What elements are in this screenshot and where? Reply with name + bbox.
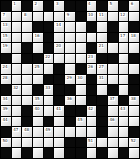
block-cell	[65, 148, 75, 158]
block-cell	[119, 96, 129, 106]
open-cell[interactable]: 33	[44, 85, 54, 95]
open-cell[interactable]	[97, 85, 107, 95]
clue-number: 31	[98, 76, 104, 80]
open-cell[interactable]	[12, 106, 22, 116]
clue-number: 14	[55, 23, 61, 27]
block-cell	[76, 64, 86, 74]
open-cell[interactable]	[33, 138, 43, 148]
block-cell	[33, 85, 43, 95]
open-cell[interactable]: 7	[1, 12, 11, 22]
open-cell[interactable]: 14	[54, 22, 64, 32]
block-cell	[87, 43, 97, 53]
open-cell[interactable]: 46	[108, 117, 118, 127]
block-cell	[87, 22, 97, 32]
open-cell[interactable]: 37	[108, 96, 118, 106]
open-cell[interactable]: 5	[108, 1, 118, 11]
block-cell	[76, 12, 86, 22]
block-cell	[97, 117, 107, 127]
open-cell[interactable]: 3	[54, 1, 64, 11]
open-cell[interactable]: 51	[87, 138, 97, 148]
open-cell[interactable]: 50	[1, 138, 11, 148]
block-cell	[119, 148, 129, 158]
open-cell[interactable]: 52	[129, 138, 139, 148]
open-cell[interactable]	[22, 138, 32, 148]
clue-number: 16	[34, 34, 40, 38]
open-cell[interactable]	[12, 138, 22, 148]
block-cell	[33, 54, 43, 64]
open-cell[interactable]	[33, 127, 43, 137]
clue-number: 32	[13, 86, 19, 90]
open-cell[interactable]	[44, 12, 54, 22]
crossword-grid: 1234567891011121314151617181920212223242…	[0, 0, 140, 159]
open-cell[interactable]	[76, 85, 86, 95]
open-cell[interactable]	[22, 75, 32, 85]
open-cell[interactable]	[129, 117, 139, 127]
open-cell[interactable]: 29	[65, 75, 75, 85]
clue-number: 27	[98, 65, 104, 69]
open-cell[interactable]: 31	[97, 75, 107, 85]
open-cell[interactable]: 24	[1, 64, 11, 74]
open-cell[interactable]	[129, 148, 139, 158]
clue-number: 45	[77, 118, 83, 122]
open-cell[interactable]: 39	[1, 106, 11, 116]
open-cell[interactable]	[119, 75, 129, 85]
open-cell[interactable]: 36	[65, 96, 75, 106]
block-cell	[108, 85, 118, 95]
open-cell[interactable]	[12, 33, 22, 43]
open-cell[interactable]	[108, 106, 118, 116]
block-cell	[108, 33, 118, 43]
clue-number: 51	[88, 139, 94, 143]
open-cell[interactable]	[44, 96, 54, 106]
clue-number: 52	[130, 139, 136, 143]
open-cell[interactable]	[129, 106, 139, 116]
open-cell[interactable]	[108, 12, 118, 22]
block-cell	[97, 96, 107, 106]
open-cell[interactable]	[12, 75, 22, 85]
clue-number: 9	[66, 13, 70, 17]
block-cell	[1, 1, 11, 11]
open-cell[interactable]	[44, 138, 54, 148]
open-cell[interactable]	[33, 12, 43, 22]
open-cell[interactable]: 20	[54, 43, 64, 53]
open-cell[interactable]: 16	[33, 33, 43, 43]
block-cell	[65, 138, 75, 148]
open-cell[interactable]	[33, 148, 43, 158]
open-cell[interactable]: 8	[22, 12, 32, 22]
clue-number: 1	[13, 2, 17, 6]
open-cell[interactable]: 45	[76, 117, 86, 127]
open-cell[interactable]	[65, 64, 75, 74]
open-cell[interactable]: 10	[87, 12, 97, 22]
open-cell[interactable]: 13	[1, 22, 11, 32]
open-cell[interactable]: 35	[33, 96, 43, 106]
open-cell[interactable]	[76, 54, 86, 64]
open-cell[interactable]: 42	[87, 106, 97, 116]
block-cell	[76, 1, 86, 11]
block-cell	[44, 75, 54, 85]
clue-number: 25	[34, 65, 40, 69]
open-cell[interactable]	[22, 96, 32, 106]
open-cell[interactable]	[12, 117, 22, 127]
block-cell	[44, 1, 54, 11]
clue-number: 39	[2, 107, 8, 111]
open-cell[interactable]: 15	[1, 33, 11, 43]
open-cell[interactable]	[54, 138, 64, 148]
open-cell[interactable]: 1	[12, 1, 22, 11]
block-cell	[76, 148, 86, 158]
open-cell[interactable]	[97, 138, 107, 148]
open-cell[interactable]: 2	[33, 1, 43, 11]
block-cell	[22, 54, 32, 64]
open-cell[interactable]	[119, 127, 129, 137]
clue-number: 23	[88, 55, 94, 59]
open-cell[interactable]	[33, 75, 43, 85]
clue-number: 36	[66, 97, 72, 101]
clue-number: 50	[2, 139, 8, 143]
open-cell[interactable]	[76, 127, 86, 137]
open-cell[interactable]	[119, 22, 129, 32]
clue-number: 40	[34, 107, 40, 111]
clue-number: 2	[34, 2, 38, 6]
open-cell[interactable]	[119, 117, 129, 127]
open-cell[interactable]	[54, 54, 64, 64]
open-cell[interactable]	[12, 96, 22, 106]
block-cell	[1, 54, 11, 64]
open-cell[interactable]: 12	[119, 12, 129, 22]
block-cell	[97, 127, 107, 137]
block-cell	[1, 148, 11, 158]
clue-number: 33	[45, 86, 51, 90]
clue-number: 47	[13, 128, 19, 132]
open-cell[interactable]	[65, 33, 75, 43]
open-cell[interactable]: 17	[119, 33, 129, 43]
clue-number: 6	[130, 2, 134, 6]
open-cell[interactable]: 43	[119, 106, 129, 116]
clue-number: 34	[2, 97, 8, 101]
open-cell[interactable]	[54, 148, 64, 158]
open-cell[interactable]	[22, 22, 32, 32]
open-cell[interactable]: 26	[87, 64, 97, 74]
block-cell	[54, 64, 64, 74]
block-cell	[87, 75, 97, 85]
clue-number: 12	[120, 13, 126, 17]
open-cell[interactable]	[33, 43, 43, 53]
clue-number: 3	[55, 2, 59, 6]
block-cell	[65, 106, 75, 116]
block-cell	[108, 54, 118, 64]
open-cell[interactable]	[119, 138, 129, 148]
open-cell[interactable]	[12, 148, 22, 158]
open-cell[interactable]	[65, 43, 75, 53]
clue-number: 8	[23, 13, 27, 17]
open-cell[interactable]	[108, 75, 118, 85]
clue-number: 49	[45, 128, 51, 132]
block-cell	[129, 22, 139, 32]
block-cell	[87, 85, 97, 95]
open-cell[interactable]	[12, 54, 22, 64]
clue-number: 30	[77, 76, 83, 80]
block-cell	[22, 117, 32, 127]
open-cell[interactable]: 28	[1, 75, 11, 85]
block-cell	[97, 148, 107, 158]
open-cell[interactable]: 4	[87, 1, 97, 11]
open-cell[interactable]	[129, 64, 139, 74]
block-cell	[65, 1, 75, 11]
open-cell[interactable]	[12, 43, 22, 53]
open-cell[interactable]	[76, 96, 86, 106]
open-cell[interactable]	[87, 117, 97, 127]
clue-number: 15	[2, 34, 8, 38]
open-cell[interactable]	[97, 22, 107, 32]
block-cell	[129, 54, 139, 64]
clue-number: 26	[88, 65, 94, 69]
block-cell	[97, 1, 107, 11]
block-cell	[108, 22, 118, 32]
open-cell[interactable]: 25	[33, 64, 43, 74]
open-cell[interactable]: 23	[87, 54, 97, 64]
clue-number: 19	[2, 44, 8, 48]
clue-number: 46	[109, 118, 115, 122]
clue-number: 35	[34, 97, 40, 101]
clue-number: 43	[120, 107, 126, 111]
open-cell[interactable]	[65, 22, 75, 32]
open-cell[interactable]	[65, 127, 75, 137]
open-cell[interactable]	[54, 127, 64, 137]
open-cell[interactable]	[44, 64, 54, 74]
clue-number: 13	[2, 23, 8, 27]
open-cell[interactable]: 21	[97, 43, 107, 53]
block-cell	[33, 22, 43, 32]
open-cell[interactable]	[108, 148, 118, 158]
open-cell[interactable]	[76, 22, 86, 32]
block-cell	[65, 117, 75, 127]
open-cell[interactable]	[119, 64, 129, 74]
open-cell[interactable]	[76, 33, 86, 43]
clue-number: 48	[23, 128, 29, 132]
open-cell[interactable]	[33, 117, 43, 127]
open-cell[interactable]	[119, 85, 129, 95]
clue-number: 41	[55, 107, 61, 111]
clue-number: 11	[98, 13, 104, 17]
open-cell[interactable]: 19	[1, 43, 11, 53]
open-cell[interactable]: 48	[22, 127, 32, 137]
open-cell[interactable]	[108, 127, 118, 137]
open-cell[interactable]	[119, 43, 129, 53]
open-cell[interactable]: 40	[33, 106, 43, 116]
clue-number: 38	[130, 97, 136, 101]
open-cell[interactable]	[108, 138, 118, 148]
block-cell	[54, 96, 64, 106]
open-cell[interactable]: 49	[44, 127, 54, 137]
clue-number: 42	[88, 107, 94, 111]
open-cell[interactable]: 9	[65, 12, 75, 22]
block-cell	[44, 33, 54, 43]
clue-number: 4	[88, 2, 92, 6]
clue-number: 24	[2, 65, 8, 69]
block-cell	[129, 85, 139, 95]
clue-number: 18	[130, 34, 136, 38]
open-cell[interactable]	[87, 127, 97, 137]
open-cell[interactable]	[119, 54, 129, 64]
open-cell[interactable]: 38	[129, 96, 139, 106]
open-cell[interactable]: 32	[12, 85, 22, 95]
open-cell[interactable]	[54, 33, 64, 43]
open-cell[interactable]	[87, 33, 97, 43]
clue-number: 44	[2, 118, 8, 122]
block-cell	[44, 148, 54, 158]
crossword-puzzle: 1234567891011121314151617181920212223242…	[0, 0, 140, 159]
open-cell[interactable]: 11	[97, 12, 107, 22]
clue-number: 17	[120, 34, 126, 38]
block-cell	[119, 1, 129, 11]
block-cell	[22, 106, 32, 116]
open-cell[interactable]	[12, 12, 22, 22]
block-cell	[129, 75, 139, 85]
open-cell[interactable]	[22, 85, 32, 95]
open-cell[interactable]	[44, 106, 54, 116]
open-cell[interactable]: 34	[1, 96, 11, 106]
block-cell	[1, 85, 11, 95]
block-cell	[54, 75, 64, 85]
open-cell[interactable]: 30	[76, 75, 86, 85]
block-cell	[87, 96, 97, 106]
block-cell	[97, 54, 107, 64]
open-cell[interactable]	[22, 33, 32, 43]
open-cell[interactable]	[12, 64, 22, 74]
block-cell	[22, 148, 32, 158]
block-cell	[76, 106, 86, 116]
open-cell[interactable]: 6	[129, 1, 139, 11]
open-cell[interactable]	[12, 22, 22, 32]
clue-number: 20	[55, 44, 61, 48]
open-cell[interactable]: 47	[12, 127, 22, 137]
open-cell[interactable]	[65, 54, 75, 64]
block-cell	[44, 22, 54, 32]
clue-number: 22	[45, 55, 51, 59]
open-cell[interactable]	[129, 43, 139, 53]
block-cell	[22, 1, 32, 11]
open-cell[interactable]	[108, 43, 118, 53]
open-cell[interactable]	[97, 33, 107, 43]
clue-number: 7	[2, 13, 6, 17]
open-cell[interactable]: 41	[54, 106, 64, 116]
block-cell	[22, 43, 32, 53]
block-cell	[1, 127, 11, 137]
clue-number: 28	[2, 76, 8, 80]
open-cell[interactable]	[87, 148, 97, 158]
open-cell[interactable]	[76, 43, 86, 53]
block-cell	[129, 127, 139, 137]
block-cell	[44, 117, 54, 127]
open-cell[interactable]: 22	[44, 54, 54, 64]
open-cell[interactable]: 44	[1, 117, 11, 127]
open-cell[interactable]: 18	[129, 33, 139, 43]
open-cell[interactable]	[129, 12, 139, 22]
block-cell	[76, 138, 86, 148]
clue-number: 10	[88, 13, 94, 17]
open-cell[interactable]: 27	[97, 64, 107, 74]
open-cell[interactable]	[22, 64, 32, 74]
clue-number: 21	[98, 44, 104, 48]
block-cell	[97, 106, 107, 116]
open-cell[interactable]	[108, 64, 118, 74]
block-cell	[65, 85, 75, 95]
clue-number: 37	[109, 97, 115, 101]
open-cell[interactable]	[54, 12, 64, 22]
open-cell[interactable]	[54, 117, 64, 127]
clue-number: 29	[66, 76, 72, 80]
clue-number: 5	[109, 2, 113, 6]
block-cell	[44, 43, 54, 53]
block-cell	[54, 85, 64, 95]
